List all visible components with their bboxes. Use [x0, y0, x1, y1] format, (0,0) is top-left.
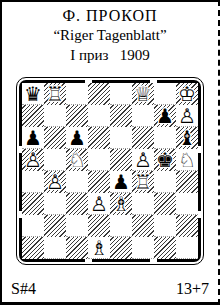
square-f7 [132, 105, 154, 127]
white-pawn-glyph: ♙ [176, 105, 198, 126]
white-pawn-glyph: ♙ [88, 193, 110, 214]
square-e2 [110, 215, 132, 237]
square-f1 [132, 237, 154, 259]
square-h3 [176, 193, 198, 215]
black-bishop: ♝♝ [176, 127, 198, 149]
white-rook-glyph: ♖ [44, 83, 66, 105]
white-pawn: ♟♙ [88, 193, 110, 214]
square-a7 [22, 105, 44, 127]
black-pawn-glyph: ♟ [110, 171, 132, 192]
square-e1 [110, 237, 132, 259]
square-e3: ♝♗ [110, 193, 132, 215]
square-e4: ♟♟ [110, 171, 132, 193]
square-g7: ♟♟ [154, 105, 176, 127]
white-pawn-glyph: ♙ [132, 149, 154, 170]
white-rook-glyph: ♖ [132, 171, 154, 193]
square-d1: ♝♗ [88, 237, 110, 259]
source-publication: “Riger Tagenblatt” [2, 27, 218, 44]
white-rook: ♜♖ [44, 83, 66, 105]
square-a3 [22, 193, 44, 215]
square-b2 [44, 215, 66, 237]
problem-header: Ф. ПРОКОП “Riger Tagenblatt” I приз 1909 [2, 2, 218, 64]
white-knight-glyph: ♘ [66, 149, 88, 171]
square-g8 [154, 83, 176, 105]
white-pawn-glyph: ♙ [44, 171, 66, 193]
square-a1 [22, 237, 44, 259]
frame-gap [198, 146, 201, 153]
square-g2 [154, 215, 176, 237]
white-pawn: ♟♙ [22, 149, 44, 171]
black-pawn-glyph: ♟ [66, 127, 88, 148]
white-knight: ♞♘ [176, 149, 198, 170]
square-f2 [132, 215, 154, 237]
frame-gap [150, 259, 157, 262]
square-d6 [88, 127, 110, 149]
white-rook: ♜♖ [132, 171, 154, 193]
square-b4: ♟♙ [44, 171, 66, 193]
square-e8 [110, 83, 132, 105]
square-d8 [88, 83, 110, 105]
black-pawn: ♟♟ [66, 127, 88, 148]
square-c2 [66, 215, 88, 237]
scanned-diagram-page: Ф. ПРОКОП “Riger Tagenblatt” I приз 1909… [0, 0, 220, 305]
black-queen-glyph: ♛ [22, 83, 44, 104]
author-name: Ф. ПРОКОП [2, 7, 218, 25]
square-e5 [110, 149, 132, 171]
problem-footer: S#4 13+7 [2, 280, 218, 298]
square-d5 [88, 149, 110, 171]
black-pawn: ♟♟ [110, 171, 132, 192]
white-bishop: ♝♗ [110, 193, 132, 215]
square-h6: ♝♝ [176, 127, 198, 149]
white-knight-glyph: ♘ [176, 149, 198, 170]
square-h4 [176, 171, 198, 193]
square-c5: ♞♘ [66, 149, 88, 171]
square-f5: ♟♙ [132, 149, 154, 171]
square-c7 [66, 105, 88, 127]
white-pawn: ♟♙ [44, 171, 66, 193]
square-h8: ♚♔ [176, 83, 198, 105]
white-bishop-glyph: ♗ [110, 193, 132, 215]
square-h1 [176, 237, 198, 259]
square-g1 [154, 237, 176, 259]
chess-board: ♛♛♜♖♛♕♚♔♟♟♟♙♟♟♟♟♝♝♟♙♞♘♟♙♚♚♞♘♟♙♟♟♜♖♟♙♝♗♝♗ [16, 77, 204, 265]
square-f6 [132, 127, 154, 149]
square-b6 [44, 127, 66, 149]
square-d7 [88, 105, 110, 127]
white-king: ♚♔ [176, 83, 198, 105]
square-a5: ♟♙ [22, 149, 44, 171]
white-pawn-glyph: ♙ [22, 149, 44, 171]
square-f8: ♛♕ [132, 83, 154, 105]
square-e6 [110, 127, 132, 149]
black-king-glyph: ♚ [154, 149, 176, 171]
black-pawn: ♟♟ [154, 105, 176, 127]
square-b7 [44, 105, 66, 127]
square-b1 [44, 237, 66, 259]
white-bishop: ♝♗ [88, 237, 110, 258]
white-bishop-glyph: ♗ [88, 237, 110, 258]
square-g4 [154, 171, 176, 193]
square-h2 [176, 215, 198, 237]
white-king-glyph: ♔ [176, 83, 198, 105]
award-year: I приз 1909 [2, 47, 218, 64]
white-pawn: ♟♙ [176, 105, 198, 126]
square-h7: ♟♙ [176, 105, 198, 127]
black-queen: ♛♛ [22, 83, 44, 104]
square-a8: ♛♛ [22, 83, 44, 105]
square-b3 [44, 193, 66, 215]
square-g3 [154, 193, 176, 215]
black-bishop-glyph: ♝ [176, 127, 198, 149]
square-a6: ♟♟ [22, 127, 44, 149]
frame-gap [198, 211, 201, 218]
square-d4 [88, 171, 110, 193]
stipulation-label: S#4 [11, 280, 36, 298]
black-pawn: ♟♟ [22, 127, 44, 148]
board-grid: ♛♛♜♖♛♕♚♔♟♟♟♙♟♟♟♟♝♝♟♙♞♘♟♙♚♚♞♘♟♙♟♟♜♖♟♙♝♗♝♗ [22, 83, 198, 259]
square-h5: ♞♘ [176, 149, 198, 171]
square-a2 [22, 215, 44, 237]
square-b5 [44, 149, 66, 171]
white-knight: ♞♘ [66, 149, 88, 171]
square-g5: ♚♚ [154, 149, 176, 171]
white-pawn: ♟♙ [132, 149, 154, 170]
white-queen-glyph: ♕ [132, 83, 154, 105]
black-pawn-glyph: ♟ [22, 127, 44, 148]
square-c4 [66, 171, 88, 193]
square-a4 [22, 171, 44, 193]
square-b8: ♜♖ [44, 83, 66, 105]
square-e7 [110, 105, 132, 127]
square-f4: ♜♖ [132, 171, 154, 193]
square-g6 [154, 127, 176, 149]
board-frame: ♛♛♜♖♛♕♚♔♟♟♟♙♟♟♟♟♝♝♟♙♞♘♟♙♚♚♞♘♟♙♟♟♜♖♟♙♝♗♝♗ [19, 80, 201, 262]
square-c1 [66, 237, 88, 259]
square-f3 [132, 193, 154, 215]
white-queen: ♛♕ [132, 83, 154, 105]
square-c8 [66, 83, 88, 105]
square-d2 [88, 215, 110, 237]
black-pawn-glyph: ♟ [154, 105, 176, 127]
material-count: 13+7 [176, 280, 209, 298]
square-c6: ♟♟ [66, 127, 88, 149]
square-c3 [66, 193, 88, 215]
square-d3: ♟♙ [88, 193, 110, 215]
black-king: ♚♚ [154, 149, 176, 171]
